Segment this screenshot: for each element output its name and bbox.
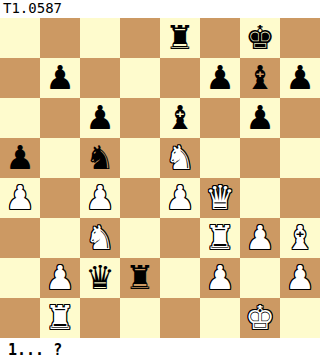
square-c4[interactable]: ♟ [80, 178, 120, 218]
square-h3[interactable]: ♝ [280, 218, 320, 258]
square-f4[interactable]: ♛ [200, 178, 240, 218]
white-knight-piece: ♞ [165, 138, 195, 178]
square-h5[interactable] [280, 138, 320, 178]
white-rook-piece: ♜ [205, 218, 235, 258]
white-pawn-piece: ♟ [5, 178, 35, 218]
square-a5[interactable]: ♟ [0, 138, 40, 178]
square-e3[interactable] [160, 218, 200, 258]
square-h4[interactable] [280, 178, 320, 218]
square-b2[interactable]: ♟ [40, 258, 80, 298]
square-b8[interactable] [40, 18, 80, 58]
square-h1[interactable] [280, 298, 320, 338]
black-pawn-piece: ♟ [85, 98, 115, 138]
square-e8[interactable]: ♜ [160, 18, 200, 58]
square-h8[interactable] [280, 18, 320, 58]
move-prompt: 1... ? [8, 340, 62, 360]
square-b6[interactable] [40, 98, 80, 138]
square-c8[interactable] [80, 18, 120, 58]
square-b4[interactable] [40, 178, 80, 218]
white-pawn-piece: ♟ [165, 178, 195, 218]
square-f6[interactable] [200, 98, 240, 138]
white-queen-piece: ♛ [205, 178, 235, 218]
black-pawn-piece: ♟ [5, 138, 35, 178]
square-b1[interactable]: ♜ [40, 298, 80, 338]
square-g1[interactable]: ♚ [240, 298, 280, 338]
square-b7[interactable]: ♟ [40, 58, 80, 98]
white-pawn-piece: ♟ [285, 258, 315, 298]
square-g7[interactable]: ♝ [240, 58, 280, 98]
square-a6[interactable] [0, 98, 40, 138]
square-c1[interactable] [80, 298, 120, 338]
square-c5[interactable]: ♞ [80, 138, 120, 178]
puzzle-title: T1.0587 [3, 0, 62, 17]
black-king-piece: ♚ [245, 18, 275, 58]
square-a3[interactable] [0, 218, 40, 258]
square-c3[interactable]: ♞ [80, 218, 120, 258]
square-d3[interactable] [120, 218, 160, 258]
square-a8[interactable] [0, 18, 40, 58]
square-g3[interactable]: ♟ [240, 218, 280, 258]
black-bishop-piece: ♝ [245, 58, 275, 98]
square-a7[interactable] [0, 58, 40, 98]
square-c7[interactable] [80, 58, 120, 98]
square-d4[interactable] [120, 178, 160, 218]
white-rook-piece: ♜ [45, 298, 75, 338]
white-pawn-piece: ♟ [45, 258, 75, 298]
square-f2[interactable]: ♟ [200, 258, 240, 298]
square-d1[interactable] [120, 298, 160, 338]
square-g6[interactable]: ♟ [240, 98, 280, 138]
square-g8[interactable]: ♚ [240, 18, 280, 58]
square-g5[interactable] [240, 138, 280, 178]
square-h2[interactable]: ♟ [280, 258, 320, 298]
black-pawn-piece: ♟ [205, 58, 235, 98]
square-f8[interactable] [200, 18, 240, 58]
white-pawn-piece: ♟ [245, 218, 275, 258]
white-king-piece: ♚ [245, 298, 275, 338]
square-e5[interactable]: ♞ [160, 138, 200, 178]
square-e4[interactable]: ♟ [160, 178, 200, 218]
white-bishop-piece: ♝ [285, 218, 315, 258]
black-pawn-piece: ♟ [45, 58, 75, 98]
square-e6[interactable]: ♝ [160, 98, 200, 138]
square-h6[interactable] [280, 98, 320, 138]
square-e7[interactable] [160, 58, 200, 98]
black-knight-piece: ♞ [85, 138, 115, 178]
white-pawn-piece: ♟ [85, 178, 115, 218]
square-d6[interactable] [120, 98, 160, 138]
black-queen-piece: ♛ [85, 258, 115, 298]
square-d5[interactable] [120, 138, 160, 178]
square-f3[interactable]: ♜ [200, 218, 240, 258]
black-bishop-piece: ♝ [165, 98, 195, 138]
square-c6[interactable]: ♟ [80, 98, 120, 138]
black-pawn-piece: ♟ [245, 98, 275, 138]
white-pawn-piece: ♟ [205, 258, 235, 298]
square-d8[interactable] [120, 18, 160, 58]
square-g2[interactable] [240, 258, 280, 298]
black-rook-piece: ♜ [165, 18, 195, 58]
square-d2[interactable]: ♜ [120, 258, 160, 298]
chess-board: ♜♚♟♟♝♟♟♝♟♟♞♞♟♟♟♛♞♜♟♝♟♛♜♟♟♜♚ [0, 18, 320, 338]
square-b3[interactable] [40, 218, 80, 258]
square-a2[interactable] [0, 258, 40, 298]
black-pawn-piece: ♟ [285, 58, 315, 98]
white-knight-piece: ♞ [85, 218, 115, 258]
square-c2[interactable]: ♛ [80, 258, 120, 298]
square-f1[interactable] [200, 298, 240, 338]
black-rook-piece: ♜ [125, 258, 155, 298]
square-f7[interactable]: ♟ [200, 58, 240, 98]
square-h7[interactable]: ♟ [280, 58, 320, 98]
square-a1[interactable] [0, 298, 40, 338]
square-f5[interactable] [200, 138, 240, 178]
square-g4[interactable] [240, 178, 280, 218]
square-e2[interactable] [160, 258, 200, 298]
square-d7[interactable] [120, 58, 160, 98]
square-a4[interactable]: ♟ [0, 178, 40, 218]
square-e1[interactable] [160, 298, 200, 338]
square-b5[interactable] [40, 138, 80, 178]
